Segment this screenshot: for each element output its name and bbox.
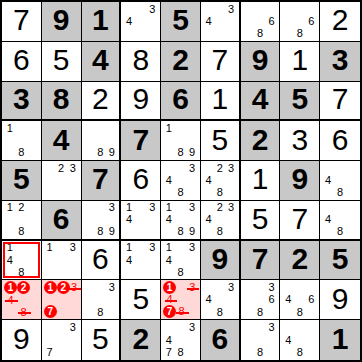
candidate-3-eliminated: 3 (70, 281, 79, 294)
cell-r1c2[interactable]: 9 (42, 2, 82, 42)
candidate-4: 4 (322, 214, 334, 226)
pencilmarks: 189 (161, 121, 200, 160)
cell-r3c7[interactable]: 4 (241, 82, 281, 122)
candidate-4-eliminated: 4 (163, 294, 176, 305)
cell-r3c2[interactable]: 8 (42, 82, 82, 122)
cell-r9c9[interactable]: 1 (320, 320, 360, 360)
given-digit: 1 (332, 324, 349, 354)
cell-r6c3[interactable]: 389 (82, 201, 122, 241)
pencilmarks: 2348 (201, 161, 239, 200)
candidate-4: 4 (203, 15, 214, 27)
cell-r5c2[interactable]: 23 (42, 161, 82, 201)
candidate-3: 3 (67, 321, 79, 334)
cell-r9c2[interactable]: 37 (42, 320, 82, 360)
candidate-3: 3 (67, 242, 79, 254)
candidate-8: 8 (334, 226, 346, 238)
candidate-8: 8 (294, 346, 306, 359)
cell-r5c9[interactable]: 48 (320, 161, 360, 201)
solved-digit: 5 (132, 284, 149, 314)
cell-r9c6[interactable]: 6 (201, 320, 241, 360)
pencilmarks: 3478 (161, 320, 200, 360)
given-digit: 6 (211, 324, 228, 354)
candidate-3: 3 (225, 3, 236, 15)
cell-r8c4[interactable]: 5 (121, 280, 161, 320)
cell-r9c8[interactable]: 48 (280, 320, 320, 360)
candidate-8: 8 (175, 147, 187, 159)
solved-digit: 7 (13, 5, 30, 35)
cell-r9c7[interactable]: 38 (241, 320, 281, 360)
cell-r8c7[interactable]: 368 (241, 280, 281, 320)
candidate-1: 1 (4, 122, 16, 134)
candidate-7: 7 (44, 346, 56, 359)
cell-r4c7[interactable]: 2 (241, 121, 281, 161)
pencilmarks: 37 (42, 320, 81, 360)
cell-r6c7[interactable]: 5 (241, 201, 281, 241)
cell-r1c5[interactable]: 5 (161, 2, 201, 42)
cell-r9c1[interactable]: 9 (2, 320, 42, 360)
candidate-6: 6 (306, 15, 318, 27)
cell-r9c3[interactable]: 5 (82, 320, 122, 360)
cell-r3c4[interactable]: 9 (121, 82, 161, 122)
candidate-6: 6 (306, 294, 318, 306)
solved-digit: 6 (132, 164, 149, 194)
candidate-3: 3 (106, 281, 117, 293)
cell-r8c8[interactable]: 468 (280, 280, 320, 320)
candidate-6: 6 (266, 294, 278, 306)
given-digit: 5 (332, 244, 349, 274)
candidate-4: 4 (163, 174, 175, 186)
pencilmarks: 48 (320, 161, 360, 200)
candidate-8: 8 (175, 226, 187, 238)
candidate-8: 8 (254, 28, 266, 40)
solved-digit: 5 (92, 324, 109, 354)
solved-digit: 6 (13, 45, 30, 75)
candidate-4: 4 (163, 334, 175, 347)
pencilmarks: 13478 (161, 280, 200, 319)
cell-r4c5[interactable]: 189 (161, 121, 201, 161)
cell-r4c1[interactable]: 18 (2, 121, 42, 161)
candidate-3: 3 (147, 242, 159, 254)
solved-digit: 7 (291, 204, 308, 234)
cell-r4c3[interactable]: 89 (82, 121, 122, 161)
cell-r7c2[interactable]: 13 (42, 241, 82, 281)
candidate-3: 3 (225, 202, 236, 214)
candidate-3: 3 (186, 202, 198, 214)
pencilmarks: 13 (42, 241, 81, 280)
candidate-8: 8 (294, 28, 306, 40)
pencilmarks: 348 (201, 280, 239, 319)
cell-r5c8[interactable]: 9 (280, 161, 320, 201)
candidate-3: 3 (225, 281, 236, 293)
candidate-8-eliminated: 8 (17, 306, 30, 318)
cell-r7c1[interactable]: 148 (2, 241, 42, 281)
cell-r6c8[interactable]: 7 (280, 201, 320, 241)
candidate-8: 8 (16, 266, 28, 278)
given-digit: 5 (291, 84, 308, 114)
solved-digit: 9 (132, 84, 149, 114)
solved-digit: 5 (53, 45, 70, 75)
candidate-1: 1 (123, 242, 135, 254)
candidate-4: 4 (123, 214, 135, 226)
cell-r8c5[interactable]: 13478 (161, 280, 201, 320)
cell-r7c9[interactable]: 5 (320, 241, 360, 281)
given-digit: 8 (53, 84, 70, 114)
cell-r4c2[interactable]: 4 (42, 121, 82, 161)
cell-r2c7[interactable]: 9 (241, 42, 281, 82)
given-digit: 5 (13, 164, 30, 194)
given-digit: 2 (291, 244, 308, 274)
solved-digit: 5 (252, 204, 269, 234)
candidate-4: 4 (203, 174, 214, 186)
candidate-4: 4 (123, 15, 135, 27)
candidate-3: 3 (147, 202, 159, 214)
candidate-8: 8 (254, 346, 266, 359)
candidate-9: 9 (106, 226, 117, 238)
cell-r1c3[interactable]: 1 (82, 2, 122, 42)
candidate-4: 4 (203, 214, 214, 226)
cell-r6c5[interactable]: 13489 (161, 201, 201, 241)
candidate-7-circled: 7 (163, 305, 176, 318)
pencilmarks: 2348 (201, 201, 239, 239)
candidate-1: 1 (4, 242, 16, 254)
solved-digit: 1 (252, 164, 269, 194)
cell-r7c5[interactable]: 1348 (161, 241, 201, 281)
candidate-4: 4 (282, 294, 294, 306)
cell-r3c9[interactable]: 7 (320, 82, 360, 122)
given-digit: 4 (92, 45, 109, 75)
candidate-3: 3 (225, 162, 236, 174)
cell-r1c8[interactable]: 68 (280, 2, 320, 42)
candidate-3: 3 (186, 242, 198, 254)
cell-r7c4[interactable]: 134 (121, 241, 161, 281)
cell-r3c5[interactable]: 6 (161, 82, 201, 122)
candidate-1-circled: 1 (44, 281, 57, 294)
candidate-8: 8 (214, 187, 225, 199)
candidate-4: 4 (322, 174, 334, 186)
candidate-1-circled: 1 (4, 281, 17, 294)
cell-r8c9[interactable]: 9 (320, 280, 360, 320)
given-digit: 3 (13, 84, 30, 114)
candidate-1: 1 (163, 242, 175, 254)
pencilmarks: 18 (2, 121, 41, 160)
pencilmarks: 38 (241, 320, 280, 360)
candidate-3: 3 (266, 281, 278, 293)
pencilmarks: 48 (280, 320, 319, 360)
solved-digit: 6 (92, 244, 109, 274)
candidate-8: 8 (175, 266, 187, 278)
solved-digit: 6 (332, 125, 349, 155)
pencilmarks: 48 (320, 201, 360, 239)
given-digit: 4 (53, 125, 70, 155)
cell-r2c6[interactable]: 7 (201, 42, 241, 82)
candidate-8: 8 (214, 306, 225, 318)
cell-r2c8[interactable]: 1 (280, 42, 320, 82)
pencilmarks: 23 (42, 161, 81, 200)
candidate-4: 4 (203, 294, 214, 306)
candidate-7-circled: 7 (44, 305, 57, 318)
candidate-2: 2 (55, 162, 67, 174)
cell-r6c2[interactable]: 6 (42, 201, 82, 241)
cell-r2c4[interactable]: 8 (121, 42, 161, 82)
pencilmarks: 89 (82, 121, 120, 160)
cell-r1c4[interactable]: 34 (121, 2, 161, 42)
cell-r4c6[interactable]: 5 (201, 121, 241, 161)
cell-r7c7[interactable]: 7 (241, 241, 281, 281)
candidate-4: 4 (4, 254, 16, 266)
pencilmarks: 134 (121, 201, 160, 239)
given-digit: 3 (332, 45, 349, 75)
pencilmarks: 468 (280, 280, 319, 319)
candidate-8: 8 (175, 346, 187, 359)
candidate-8: 8 (95, 226, 106, 238)
cell-r5c6[interactable]: 2348 (201, 161, 241, 201)
candidate-3: 3 (67, 162, 79, 174)
pencilmarks: 34 (121, 2, 160, 41)
given-digit: 6 (172, 84, 189, 114)
given-digit: 5 (172, 5, 189, 35)
cell-r3c3[interactable]: 2 (82, 82, 122, 122)
cell-r8c2[interactable]: 1237 (42, 280, 82, 320)
given-digit: 6 (53, 204, 70, 234)
cell-r2c9[interactable]: 3 (320, 42, 360, 82)
cell-r5c3[interactable]: 7 (82, 161, 122, 201)
candidate-4: 4 (123, 254, 135, 266)
cell-r5c5[interactable]: 348 (161, 161, 201, 201)
cell-r1c9[interactable]: 2 (320, 2, 360, 42)
solved-digit: 9 (332, 284, 349, 314)
candidate-1: 1 (123, 202, 135, 214)
cell-r3c8[interactable]: 5 (280, 82, 320, 122)
pencilmarks: 13489 (161, 201, 200, 239)
pencilmarks: 68 (241, 2, 280, 41)
solved-digit: 1 (291, 45, 308, 75)
candidate-8: 8 (95, 306, 106, 318)
given-digit: 2 (252, 125, 269, 155)
candidate-1: 1 (4, 202, 16, 214)
candidate-8: 8 (16, 226, 28, 238)
candidate-2: 2 (214, 162, 225, 174)
candidate-4: 4 (163, 254, 175, 266)
cell-r3c1[interactable]: 3 (2, 82, 42, 122)
cell-r1c7[interactable]: 68 (241, 2, 281, 42)
cell-r9c4[interactable]: 2 (121, 320, 161, 360)
solved-digit: 3 (291, 125, 308, 155)
candidate-8-eliminated: 8 (176, 305, 187, 318)
candidate-2: 2 (214, 202, 225, 214)
pencilmarks: 1248 (2, 280, 41, 319)
given-digit: 9 (291, 164, 308, 194)
solved-digit: 2 (92, 84, 109, 114)
candidate-4: 4 (282, 334, 294, 347)
cell-r5c7[interactable]: 1 (241, 161, 281, 201)
cell-r5c1[interactable]: 5 (2, 161, 42, 201)
candidate-4-eliminated: 4 (4, 294, 17, 306)
pencilmarks: 128 (2, 201, 41, 239)
given-digit: 7 (252, 244, 269, 274)
candidate-8: 8 (334, 187, 346, 199)
candidate-8: 8 (16, 147, 28, 159)
candidate-1: 1 (44, 242, 56, 254)
candidate-3: 3 (186, 321, 198, 334)
cell-r7c8[interactable]: 2 (280, 241, 320, 281)
candidate-8: 8 (95, 147, 106, 159)
solved-digit: 2 (332, 5, 349, 35)
cell-r6c1[interactable]: 128 (2, 201, 42, 241)
given-digit: 9 (211, 244, 228, 274)
candidate-9: 9 (186, 226, 198, 238)
cell-r6c9[interactable]: 48 (320, 201, 360, 241)
given-digit: 7 (92, 164, 109, 194)
sudoku-app: 7913453468682654827913382961457184897189… (0, 0, 362, 362)
given-digit: 9 (53, 5, 70, 35)
candidate-3: 3 (186, 162, 198, 174)
pencilmarks: 134 (121, 241, 160, 280)
cell-r1c6[interactable]: 34 (201, 2, 241, 42)
cell-r2c2[interactable]: 5 (42, 42, 82, 82)
candidate-1: 1 (163, 122, 175, 134)
candidate-2: 2 (16, 202, 28, 214)
pencilmarks: 389 (82, 201, 120, 239)
cell-r8c1[interactable]: 1248 (2, 280, 42, 320)
cell-r9c5[interactable]: 3478 (161, 320, 201, 360)
candidate-4: 4 (163, 214, 175, 226)
given-digit: 2 (132, 324, 149, 354)
candidate-7: 7 (163, 346, 175, 359)
given-digit: 1 (92, 5, 109, 35)
sudoku-board: 7913453468682654827913382961457184897189… (0, 0, 362, 362)
candidate-8: 8 (175, 187, 187, 199)
candidate-9: 9 (186, 147, 198, 159)
candidate-8: 8 (214, 226, 225, 238)
candidate-3: 3 (147, 3, 159, 15)
pencilmarks: 34 (201, 2, 239, 41)
candidate-2-circled: 2 (57, 281, 70, 294)
given-digit: 9 (252, 45, 269, 75)
pencilmarks: 368 (241, 280, 280, 319)
cell-r7c6[interactable]: 9 (201, 241, 241, 281)
cell-r7c3[interactable]: 6 (82, 241, 122, 281)
solved-digit: 8 (132, 45, 149, 75)
pencilmarks: 148 (2, 241, 41, 280)
cell-r4c8[interactable]: 3 (280, 121, 320, 161)
pencilmarks: 38 (82, 280, 120, 319)
cell-r5c4[interactable]: 6 (121, 161, 161, 201)
given-digit: 7 (132, 125, 149, 155)
pencilmarks: 68 (280, 2, 319, 41)
candidate-8: 8 (254, 306, 266, 318)
cell-r6c4[interactable]: 134 (121, 201, 161, 241)
candidate-3: 3 (106, 202, 117, 214)
cell-r6c6[interactable]: 2348 (201, 201, 241, 241)
solved-digit: 1 (211, 84, 228, 114)
solved-digit: 7 (332, 84, 349, 114)
candidate-1: 1 (163, 202, 175, 214)
solved-digit: 9 (13, 324, 30, 354)
pencilmarks: 348 (161, 161, 200, 200)
solved-digit: 7 (211, 45, 228, 75)
cell-r2c5[interactable]: 2 (161, 42, 201, 82)
candidate-6: 6 (266, 15, 278, 27)
cell-r2c1[interactable]: 6 (2, 42, 42, 82)
pencilmarks: 1237 (42, 280, 81, 319)
cell-r8c3[interactable]: 38 (82, 280, 122, 320)
cell-r4c4[interactable]: 7 (121, 121, 161, 161)
candidate-8: 8 (294, 306, 306, 318)
cell-r1c1[interactable]: 7 (2, 2, 42, 42)
cell-r2c3[interactable]: 4 (82, 42, 122, 82)
candidate-9: 9 (106, 147, 117, 159)
candidate-3-eliminated: 3 (187, 281, 198, 294)
candidate-3: 3 (266, 321, 278, 334)
solved-digit: 5 (211, 125, 228, 155)
cell-r3c6[interactable]: 1 (201, 82, 241, 122)
pencilmarks: 1348 (161, 241, 200, 280)
given-digit: 4 (252, 84, 269, 114)
cell-r4c9[interactable]: 6 (320, 121, 360, 161)
candidate-2-circled: 2 (17, 281, 30, 294)
cell-r8c6[interactable]: 348 (201, 280, 241, 320)
given-digit: 2 (172, 45, 189, 75)
